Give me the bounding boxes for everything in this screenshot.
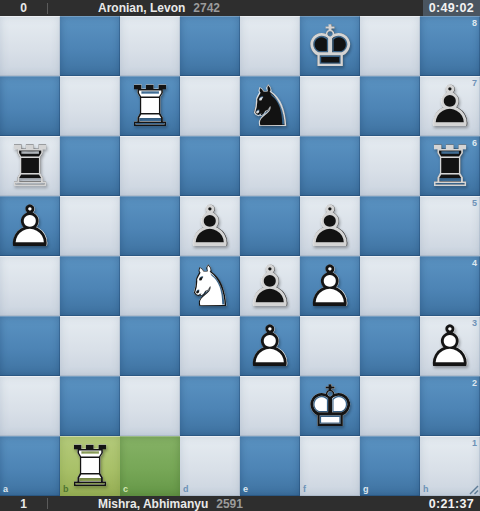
- piece-glyph-outline: ♔: [300, 16, 360, 76]
- square-b1[interactable]: ♜♖b: [60, 436, 120, 496]
- piece-white-pawn-f4[interactable]: ♟♙: [300, 256, 360, 316]
- square-f3[interactable]: [300, 316, 360, 376]
- square-e4[interactable]: ♟♙: [240, 256, 300, 316]
- square-a1[interactable]: a: [0, 436, 60, 496]
- piece-black-pawn-f5[interactable]: ♟♙: [300, 196, 360, 256]
- bottom-player-rating: 2591: [216, 497, 243, 511]
- square-c6[interactable]: [120, 136, 180, 196]
- top-player-name: Aronian, Levon: [98, 1, 185, 15]
- square-e5[interactable]: [240, 196, 300, 256]
- square-h8[interactable]: 8: [420, 16, 480, 76]
- square-e7[interactable]: ♞♘: [240, 76, 300, 136]
- chess-board[interactable]: ♚♔8♜♖♞♘♟♙7♜♖♜♖6♟♙♟♙♟♙5♞♘♟♙♟♙4♟♙♟♙3♚♔2a♜♖…: [0, 16, 480, 496]
- square-g2[interactable]: [360, 376, 420, 436]
- square-b7[interactable]: [60, 76, 120, 136]
- square-h7[interactable]: ♟♙7: [420, 76, 480, 136]
- piece-black-king-f8[interactable]: ♚♔: [300, 16, 360, 76]
- rank-label-2: 2: [472, 379, 477, 388]
- file-label-d: d: [183, 485, 189, 494]
- piece-black-rook-h6[interactable]: ♜♖: [420, 136, 480, 196]
- top-player-score: 0: [0, 1, 47, 15]
- piece-black-pawn-d5[interactable]: ♟♙: [180, 196, 240, 256]
- piece-white-rook-c7[interactable]: ♜♖: [120, 76, 180, 136]
- square-c5[interactable]: [120, 196, 180, 256]
- piece-glyph-outline: ♙: [420, 76, 480, 136]
- rank-label-8: 8: [472, 19, 477, 28]
- resize-handle-icon[interactable]: [469, 485, 479, 495]
- file-label-e: e: [243, 485, 248, 494]
- piece-glyph-outline: ♙: [180, 196, 240, 256]
- square-a6[interactable]: ♜♖: [0, 136, 60, 196]
- square-f5[interactable]: ♟♙: [300, 196, 360, 256]
- square-b3[interactable]: [60, 316, 120, 376]
- square-c1[interactable]: c: [120, 436, 180, 496]
- square-c4[interactable]: [120, 256, 180, 316]
- square-g7[interactable]: [360, 76, 420, 136]
- square-c2[interactable]: [120, 376, 180, 436]
- piece-glyph-outline: ♙: [0, 196, 60, 256]
- top-player-rating: 2742: [193, 1, 220, 15]
- square-b8[interactable]: [60, 16, 120, 76]
- square-f7[interactable]: [300, 76, 360, 136]
- piece-glyph-outline: ♙: [300, 256, 360, 316]
- square-d7[interactable]: [180, 76, 240, 136]
- piece-black-rook-a6[interactable]: ♜♖: [0, 136, 60, 196]
- square-f2[interactable]: ♚♔: [300, 376, 360, 436]
- piece-glyph-outline: ♙: [300, 196, 360, 256]
- square-d3[interactable]: [180, 316, 240, 376]
- square-h2[interactable]: 2: [420, 376, 480, 436]
- file-label-g: g: [363, 485, 369, 494]
- file-label-a: a: [3, 485, 8, 494]
- rank-label-5: 5: [472, 199, 477, 208]
- square-d1[interactable]: d: [180, 436, 240, 496]
- square-e3[interactable]: ♟♙: [240, 316, 300, 376]
- bottom-player-bar: 1 Mishra, Abhimanyu 2591 0:21:37: [0, 496, 480, 511]
- square-h3[interactable]: ♟♙3: [420, 316, 480, 376]
- square-b2[interactable]: [60, 376, 120, 436]
- file-label-h: h: [423, 485, 429, 494]
- square-d2[interactable]: [180, 376, 240, 436]
- piece-glyph-outline: ♘: [180, 256, 240, 316]
- square-a8[interactable]: [0, 16, 60, 76]
- piece-glyph-outline: ♙: [240, 316, 300, 376]
- square-f6[interactable]: [300, 136, 360, 196]
- square-d4[interactable]: ♞♘: [180, 256, 240, 316]
- piece-black-pawn-e4[interactable]: ♟♙: [240, 256, 300, 316]
- square-g8[interactable]: [360, 16, 420, 76]
- square-g3[interactable]: [360, 316, 420, 376]
- rank-label-1: 1: [472, 439, 477, 448]
- square-e8[interactable]: [240, 16, 300, 76]
- piece-glyph-outline: ♖: [420, 136, 480, 196]
- piece-black-pawn-h7[interactable]: ♟♙: [420, 76, 480, 136]
- square-a7[interactable]: [0, 76, 60, 136]
- square-e6[interactable]: [240, 136, 300, 196]
- square-c7[interactable]: ♜♖: [120, 76, 180, 136]
- piece-glyph-outline: ♙: [420, 316, 480, 376]
- bottom-bar-separator: [47, 498, 48, 509]
- square-h5[interactable]: 5: [420, 196, 480, 256]
- square-b4[interactable]: [60, 256, 120, 316]
- piece-white-king-f2[interactable]: ♚♔: [300, 376, 360, 436]
- square-d5[interactable]: ♟♙: [180, 196, 240, 256]
- rank-label-4: 4: [472, 259, 477, 268]
- piece-glyph-outline: ♘: [240, 76, 300, 136]
- piece-glyph-outline: ♙: [240, 256, 300, 316]
- bottom-player-name: Mishra, Abhimanyu: [98, 497, 208, 511]
- square-g6[interactable]: [360, 136, 420, 196]
- square-d6[interactable]: [180, 136, 240, 196]
- square-f8[interactable]: ♚♔: [300, 16, 360, 76]
- piece-white-rook-b1[interactable]: ♜♖: [60, 436, 120, 496]
- piece-black-knight-e7[interactable]: ♞♘: [240, 76, 300, 136]
- square-a2[interactable]: [0, 376, 60, 436]
- piece-glyph-outline: ♖: [0, 136, 60, 196]
- square-e1[interactable]: e: [240, 436, 300, 496]
- square-b5[interactable]: [60, 196, 120, 256]
- square-a4[interactable]: [0, 256, 60, 316]
- piece-white-pawn-a5[interactable]: ♟♙: [0, 196, 60, 256]
- piece-glyph-outline: ♖: [60, 436, 120, 496]
- square-a3[interactable]: [0, 316, 60, 376]
- square-h6[interactable]: ♜♖6: [420, 136, 480, 196]
- square-g5[interactable]: [360, 196, 420, 256]
- piece-white-pawn-h3[interactable]: ♟♙: [420, 316, 480, 376]
- piece-glyph-outline: ♔: [300, 376, 360, 436]
- piece-white-pawn-e3[interactable]: ♟♙: [240, 316, 300, 376]
- square-c3[interactable]: [120, 316, 180, 376]
- square-c8[interactable]: [120, 16, 180, 76]
- piece-glyph-outline: ♖: [120, 76, 180, 136]
- square-g1[interactable]: g: [360, 436, 420, 496]
- top-bar-separator: [47, 3, 48, 14]
- top-player-bar: 0 Aronian, Levon 2742 0:49:02: [0, 0, 480, 16]
- square-g4[interactable]: [360, 256, 420, 316]
- square-f1[interactable]: f: [300, 436, 360, 496]
- square-f4[interactable]: ♟♙: [300, 256, 360, 316]
- square-d8[interactable]: [180, 16, 240, 76]
- file-label-f: f: [303, 485, 306, 494]
- piece-white-knight-d4[interactable]: ♞♘: [180, 256, 240, 316]
- file-label-c: c: [123, 485, 128, 494]
- square-e2[interactable]: [240, 376, 300, 436]
- bottom-player-score: 1: [0, 497, 47, 511]
- square-b6[interactable]: [60, 136, 120, 196]
- square-a5[interactable]: ♟♙: [0, 196, 60, 256]
- chess-app-window: 0 Aronian, Levon 2742 0:49:02 ♚♔8♜♖♞♘♟♙7…: [0, 0, 480, 511]
- top-clock: 0:49:02: [423, 0, 480, 16]
- bottom-clock: 0:21:37: [423, 496, 480, 511]
- square-h4[interactable]: 4: [420, 256, 480, 316]
